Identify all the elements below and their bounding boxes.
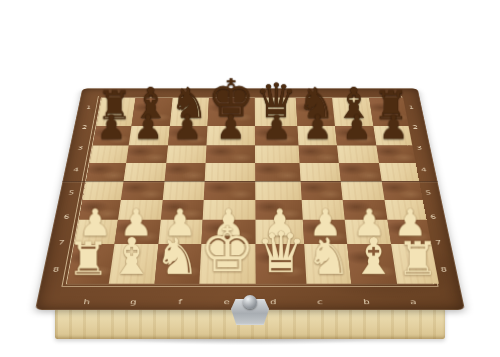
dark-pawn-f2: ♟ [172,110,202,143]
dark-pawn-e2: ♟ [216,110,246,143]
square-h8: ♜ [67,244,115,284]
rank-label-left-1: 1 [80,98,97,117]
square-e3 [206,145,255,162]
clasp-knob [243,295,257,309]
square-f5 [162,181,205,200]
square-b3 [337,145,379,162]
chess-board-3d: 12345678 12345678 hgfedcba ♜♝♞♚♛♞♝♜♟♟♟♟♟… [35,88,465,310]
square-g8: ♝ [109,244,158,284]
fold-seam [62,181,438,182]
file-label-g: g [109,297,157,307]
light-knight-f8: ♞ [154,231,199,282]
square-h2: ♟ [93,126,132,145]
light-rook-h8: ♜ [67,235,109,282]
square-a5 [382,181,423,200]
square-c2: ♟ [297,126,337,145]
square-h3 [89,145,128,162]
square-c5 [300,181,343,200]
dark-pawn-b2: ♟ [342,110,372,143]
square-b2: ♟ [335,126,376,145]
square-g5 [121,181,164,200]
light-bishop-g8: ♝ [109,231,154,282]
rank-label-left-2: 2 [76,117,93,137]
board-grid: ♜♝♞♚♛♞♝♜♟♟♟♟♟♟♟♟♟♟♟♟♟♟♟♟♜♝♞♚♛♞♝♜ [67,98,433,284]
light-bishop-b8: ♝ [351,231,396,282]
square-d8: ♛ [255,244,306,284]
square-b5 [341,181,384,200]
square-b4 [339,163,382,181]
square-a2: ♟ [373,126,412,145]
square-a4 [379,163,419,181]
square-d5 [255,181,301,200]
square-e5 [204,181,255,200]
file-label-a: a [389,297,437,307]
rank-label-left-3: 3 [72,137,90,158]
square-a3 [376,145,415,162]
square-f8: ♞ [154,244,201,284]
board-frame: 12345678 12345678 hgfedcba ♜♝♞♚♛♞♝♜♟♟♟♟♟… [35,88,465,310]
square-d4 [255,163,300,181]
light-knight-c8: ♞ [306,231,351,282]
square-f3 [166,145,207,162]
square-g2: ♟ [129,126,170,145]
rank-label-left-8: 8 [45,256,66,284]
dark-pawn-c2: ♟ [303,110,333,143]
square-e4 [205,163,255,181]
square-a8: ♜ [391,244,439,284]
square-b8: ♝ [347,244,397,284]
square-g4 [124,163,166,181]
dark-pawn-d2: ♟ [261,110,291,143]
square-d2: ♟ [255,126,299,145]
square-f2: ♟ [168,126,208,145]
square-c8: ♞ [304,244,352,284]
file-label-f: f [156,297,203,307]
square-h4 [86,163,126,181]
rank-label-left-6: 6 [57,205,77,230]
file-label-h: h [63,297,111,307]
rank-label-left-4: 4 [67,159,85,181]
file-label-c: c [296,297,343,307]
dark-pawn-a2: ♟ [379,110,409,143]
light-queen-d8: ♛ [255,225,306,281]
dark-pawn-h2: ♟ [96,110,126,143]
product-photo-scene: 12345678 12345678 hgfedcba ♜♝♞♚♛♞♝♜♟♟♟♟♟… [0,0,500,357]
square-e8: ♚ [200,244,256,284]
square-d3 [255,145,300,162]
square-f4 [164,163,206,181]
light-rook-a8: ♜ [397,235,439,282]
file-label-b: b [343,297,391,307]
playing-field: ♜♝♞♚♛♞♝♜♟♟♟♟♟♟♟♟♟♟♟♟♟♟♟♟♜♝♞♚♛♞♝♜ [67,98,433,284]
dark-pawn-g2: ♟ [133,110,163,143]
light-king-e8: ♚ [200,219,256,281]
square-c4 [299,163,341,181]
square-c3 [298,145,339,162]
square-e2: ♟ [207,126,255,145]
square-h5 [83,181,124,200]
square-g3 [126,145,168,162]
